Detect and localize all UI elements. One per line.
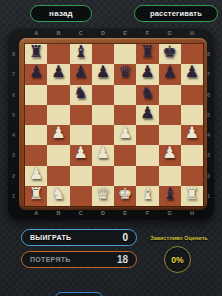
piece-black-king[interactable]: ♚ <box>162 44 176 60</box>
board-grid[interactable]: ♜♝♜♚♟♟♟♟♛♟♟♟♞♞♟♟♟♟♟♟♟♟♜♞♛♚♝♝♜ <box>25 44 203 206</box>
square-a3[interactable] <box>25 145 47 165</box>
square-d6[interactable] <box>92 85 114 105</box>
coord-label: 7 <box>204 64 213 84</box>
square-h7[interactable]: ♟ <box>181 64 203 84</box>
square-a4[interactable] <box>25 125 47 145</box>
piece-white-knight[interactable]: ♞ <box>51 186 65 202</box>
lose-value: 18 <box>117 254 128 265</box>
square-a6[interactable] <box>25 85 47 105</box>
square-a2[interactable]: ♟ <box>25 166 47 186</box>
coord-label: H <box>181 29 203 38</box>
coord-label: 7 <box>9 64 18 84</box>
square-c7[interactable]: ♟ <box>70 64 92 84</box>
piece-black-pawn[interactable]: ♟ <box>29 64 43 80</box>
square-a8[interactable]: ♜ <box>25 44 47 64</box>
square-g7[interactable]: ♟ <box>159 64 181 84</box>
square-h2[interactable] <box>181 166 203 186</box>
square-d8[interactable] <box>92 44 114 64</box>
lose-label: ПОТЕРЯТЬ <box>30 256 71 263</box>
coord-label: 8 <box>204 44 213 64</box>
piece-white-king[interactable]: ♚ <box>118 186 132 202</box>
coord-label: F <box>136 29 158 38</box>
square-f6[interactable]: ♞ <box>136 85 158 105</box>
coord-label: 3 <box>204 145 213 165</box>
piece-black-pawn[interactable]: ♟ <box>185 64 199 80</box>
square-c5[interactable] <box>70 105 92 125</box>
square-d3[interactable]: ♟ <box>92 145 114 165</box>
coord-label: E <box>114 209 136 218</box>
square-b8[interactable] <box>47 44 69 64</box>
piece-white-rook[interactable]: ♜ <box>29 186 43 202</box>
piece-black-bishop[interactable]: ♝ <box>73 44 87 60</box>
piece-black-pawn[interactable]: ♟ <box>96 64 110 80</box>
square-b2[interactable] <box>47 166 69 186</box>
piece-black-pawn[interactable]: ♟ <box>73 64 87 80</box>
coord-label: E <box>114 29 136 38</box>
square-f4[interactable] <box>136 125 158 145</box>
undo-button[interactable]: расстегивать <box>134 5 218 22</box>
coord-label: B <box>47 209 69 218</box>
square-f7[interactable]: ♟ <box>136 64 158 84</box>
coord-label: G <box>159 209 181 218</box>
coord-label: A <box>25 209 47 218</box>
piece-white-queen[interactable]: ♛ <box>96 186 110 202</box>
square-b5[interactable] <box>47 105 69 125</box>
win-counter: ВЫИГРАТЬ 0 <box>21 229 137 246</box>
coord-label: 1 <box>9 186 18 206</box>
square-c6[interactable]: ♞ <box>70 85 92 105</box>
square-e4[interactable]: ♟ <box>114 125 136 145</box>
square-h6[interactable] <box>181 85 203 105</box>
square-e8[interactable] <box>114 44 136 64</box>
coord-label: 2 <box>204 166 213 186</box>
square-c3[interactable]: ♟ <box>70 145 92 165</box>
square-h5[interactable] <box>181 105 203 125</box>
square-c1[interactable] <box>70 186 92 206</box>
square-h4[interactable]: ♟ <box>181 125 203 145</box>
rating-value: 0% <box>171 255 183 265</box>
file-labels-top: ABCDEFGH <box>25 29 203 38</box>
piece-black-bishop[interactable]: ♝ <box>162 186 176 202</box>
square-c4[interactable] <box>70 125 92 145</box>
piece-black-knight[interactable]: ♞ <box>73 85 87 101</box>
piece-white-pawn[interactable]: ♟ <box>51 125 65 141</box>
lose-counter: ПОТЕРЯТЬ 18 <box>21 251 137 268</box>
square-g1[interactable]: ♝ <box>159 186 181 206</box>
app-screen: назад расстегивать ABCDEFGH ABCDEFGH 876… <box>0 0 222 296</box>
square-f2[interactable] <box>136 166 158 186</box>
square-g2[interactable] <box>159 166 181 186</box>
square-e7[interactable]: ♛ <box>114 64 136 84</box>
square-h1[interactable]: ♜ <box>181 186 203 206</box>
square-e3[interactable] <box>114 145 136 165</box>
square-d2[interactable] <box>92 166 114 186</box>
square-a5[interactable] <box>25 105 47 125</box>
square-a1[interactable]: ♜ <box>25 186 47 206</box>
bottom-cropped-button[interactable] <box>55 292 103 296</box>
piece-white-rook[interactable]: ♜ <box>185 186 199 202</box>
piece-white-pawn[interactable]: ♟ <box>96 145 110 161</box>
coord-label: H <box>181 209 203 218</box>
coord-label: 6 <box>9 85 18 105</box>
piece-white-pawn[interactable]: ♟ <box>29 166 43 182</box>
piece-black-rook[interactable]: ♜ <box>29 44 43 60</box>
piece-white-bishop[interactable]: ♝ <box>140 186 154 202</box>
square-h3[interactable] <box>181 145 203 165</box>
square-b4[interactable]: ♟ <box>47 125 69 145</box>
coord-label: B <box>47 29 69 38</box>
square-e2[interactable] <box>114 166 136 186</box>
piece-white-pawn[interactable]: ♟ <box>118 125 132 141</box>
piece-black-queen[interactable]: ♛ <box>118 64 132 80</box>
piece-white-pawn[interactable]: ♟ <box>185 125 199 141</box>
coord-label: 1 <box>204 186 213 206</box>
coord-label: 4 <box>204 125 213 145</box>
square-d7[interactable]: ♟ <box>92 64 114 84</box>
coord-label: G <box>159 29 181 38</box>
coord-label: C <box>70 29 92 38</box>
piece-black-pawn[interactable]: ♟ <box>51 64 65 80</box>
square-b1[interactable]: ♞ <box>47 186 69 206</box>
piece-black-pawn[interactable]: ♟ <box>140 64 154 80</box>
coord-label: A <box>25 29 47 38</box>
square-d1[interactable]: ♛ <box>92 186 114 206</box>
piece-black-pawn[interactable]: ♟ <box>162 64 176 80</box>
coord-label: 5 <box>9 105 18 125</box>
square-g8[interactable]: ♚ <box>159 44 181 64</box>
square-c8[interactable]: ♝ <box>70 44 92 64</box>
square-d5[interactable] <box>92 105 114 125</box>
square-f3[interactable] <box>136 145 158 165</box>
coord-label: 8 <box>9 44 18 64</box>
square-e1[interactable]: ♚ <box>114 186 136 206</box>
rank-labels-left: 87654321 <box>9 44 18 206</box>
file-labels-bottom: ABCDEFGH <box>25 209 203 218</box>
coord-label: C <box>70 209 92 218</box>
piece-white-pawn[interactable]: ♟ <box>162 145 176 161</box>
square-c2[interactable] <box>70 166 92 186</box>
square-f1[interactable]: ♝ <box>136 186 158 206</box>
square-b3[interactable] <box>47 145 69 165</box>
square-e6[interactable] <box>114 85 136 105</box>
back-button[interactable]: назад <box>30 5 92 22</box>
coord-label: 6 <box>204 85 213 105</box>
square-g4[interactable] <box>159 125 181 145</box>
coord-label: D <box>92 29 114 38</box>
square-d4[interactable] <box>92 125 114 145</box>
win-value: 0 <box>122 232 128 243</box>
piece-white-pawn[interactable]: ♟ <box>73 145 87 161</box>
square-g5[interactable] <box>159 105 181 125</box>
rating-percentage-badge: 0% <box>164 246 191 273</box>
square-a7[interactable]: ♟ <box>25 64 47 84</box>
win-label: ВЫИГРАТЬ <box>30 234 71 241</box>
square-g3[interactable]: ♟ <box>159 145 181 165</box>
rank-labels-right: 87654321 <box>204 44 213 206</box>
square-b6[interactable] <box>47 85 69 105</box>
coord-label: F <box>136 209 158 218</box>
square-b7[interactable]: ♟ <box>47 64 69 84</box>
coord-label: 4 <box>9 125 18 145</box>
square-h8[interactable] <box>181 44 203 64</box>
coord-label: 2 <box>9 166 18 186</box>
rating-label: Завистливо Оценить <box>146 235 212 241</box>
square-f8[interactable]: ♜ <box>136 44 158 64</box>
square-f5[interactable]: ♟ <box>136 105 158 125</box>
coord-label: 5 <box>204 105 213 125</box>
square-g6[interactable] <box>159 85 181 105</box>
coord-label: 3 <box>9 145 18 165</box>
coord-label: D <box>92 209 114 218</box>
square-e5[interactable] <box>114 105 136 125</box>
piece-black-pawn[interactable]: ♟ <box>140 105 154 121</box>
piece-black-knight[interactable]: ♞ <box>140 85 154 101</box>
piece-black-rook[interactable]: ♜ <box>140 44 154 60</box>
